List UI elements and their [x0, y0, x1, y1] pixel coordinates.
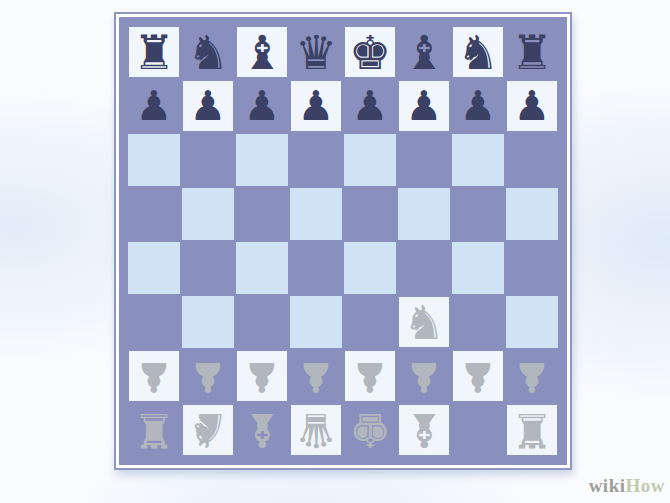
square-f1[interactable]: ♝	[397, 403, 451, 457]
watermark-wiki-text: wiki	[589, 475, 626, 496]
white-queen: ♛	[295, 407, 337, 454]
square-f2[interactable]: ♟	[397, 349, 451, 403]
square-h1[interactable]: ♜	[505, 403, 559, 457]
black-king: ♚	[349, 29, 391, 76]
square-g3[interactable]	[451, 295, 505, 349]
square-d4[interactable]	[289, 241, 343, 295]
black-queen: ♛	[295, 29, 337, 76]
square-b6[interactable]	[181, 133, 235, 187]
white-pawn: ♟	[514, 356, 551, 397]
white-rook: ♜	[133, 407, 175, 454]
square-g8[interactable]: ♞	[451, 25, 505, 79]
square-c5[interactable]	[235, 187, 289, 241]
square-a7[interactable]: ♟	[127, 79, 181, 133]
chess-board: ♜♞♝♛♚♝♞♜♟♟♟♟♟♟♟♟♞♟♟♟♟♟♟♟♟♜♞♝♛♚♝♜	[114, 12, 572, 470]
square-f3[interactable]: ♞	[397, 295, 451, 349]
square-h2[interactable]: ♟	[505, 349, 559, 403]
black-rook: ♜	[133, 29, 175, 76]
square-b3[interactable]	[181, 295, 235, 349]
white-knight: ♞	[187, 407, 229, 454]
black-pawn: ♟	[514, 86, 551, 127]
black-pawn: ♟	[190, 86, 227, 127]
square-d7[interactable]: ♟	[289, 79, 343, 133]
white-rook: ♜	[511, 407, 553, 454]
square-b5[interactable]	[181, 187, 235, 241]
square-h7[interactable]: ♟	[505, 79, 559, 133]
square-a8[interactable]: ♜	[127, 25, 181, 79]
white-knight: ♞	[403, 299, 445, 346]
square-b8[interactable]: ♞	[181, 25, 235, 79]
square-g6[interactable]	[451, 133, 505, 187]
black-knight: ♞	[457, 29, 499, 76]
square-f5[interactable]	[397, 187, 451, 241]
watermark-how-text: How	[626, 475, 666, 496]
black-pawn: ♟	[298, 86, 335, 127]
white-pawn: ♟	[244, 356, 281, 397]
square-f6[interactable]	[397, 133, 451, 187]
square-c2[interactable]: ♟	[235, 349, 289, 403]
square-e6[interactable]	[343, 133, 397, 187]
board-grid: ♜♞♝♛♚♝♞♜♟♟♟♟♟♟♟♟♞♟♟♟♟♟♟♟♟♜♞♝♛♚♝♜	[127, 25, 559, 457]
white-pawn: ♟	[406, 356, 443, 397]
square-d6[interactable]	[289, 133, 343, 187]
square-c3[interactable]	[235, 295, 289, 349]
square-h5[interactable]	[505, 187, 559, 241]
square-g4[interactable]	[451, 241, 505, 295]
white-pawn: ♟	[298, 356, 335, 397]
square-g5[interactable]	[451, 187, 505, 241]
square-b1[interactable]: ♞	[181, 403, 235, 457]
black-pawn: ♟	[244, 86, 281, 127]
square-c7[interactable]: ♟	[235, 79, 289, 133]
wikihow-watermark: wikiHow	[589, 475, 665, 497]
white-bishop: ♝	[241, 407, 283, 454]
square-b4[interactable]	[181, 241, 235, 295]
square-d1[interactable]: ♛	[289, 403, 343, 457]
square-a1[interactable]: ♜	[127, 403, 181, 457]
black-rook: ♜	[511, 29, 553, 76]
square-g7[interactable]: ♟	[451, 79, 505, 133]
square-a6[interactable]	[127, 133, 181, 187]
white-pawn: ♟	[352, 356, 389, 397]
square-e7[interactable]: ♟	[343, 79, 397, 133]
square-h3[interactable]	[505, 295, 559, 349]
square-e3[interactable]	[343, 295, 397, 349]
square-e1[interactable]: ♚	[343, 403, 397, 457]
square-a4[interactable]	[127, 241, 181, 295]
white-king: ♚	[349, 407, 391, 454]
black-knight: ♞	[187, 29, 229, 76]
square-a3[interactable]	[127, 295, 181, 349]
square-h4[interactable]	[505, 241, 559, 295]
black-pawn: ♟	[406, 86, 443, 127]
square-d3[interactable]	[289, 295, 343, 349]
square-d8[interactable]: ♛	[289, 25, 343, 79]
square-a2[interactable]: ♟	[127, 349, 181, 403]
white-pawn: ♟	[136, 356, 173, 397]
square-f4[interactable]	[397, 241, 451, 295]
square-b2[interactable]: ♟	[181, 349, 235, 403]
square-e8[interactable]: ♚	[343, 25, 397, 79]
board-frame: ♜♞♝♛♚♝♞♜♟♟♟♟♟♟♟♟♞♟♟♟♟♟♟♟♟♜♞♝♛♚♝♜	[119, 17, 567, 465]
square-e2[interactable]: ♟	[343, 349, 397, 403]
white-pawn: ♟	[190, 356, 227, 397]
black-pawn: ♟	[352, 86, 389, 127]
square-d5[interactable]	[289, 187, 343, 241]
square-c1[interactable]: ♝	[235, 403, 289, 457]
black-pawn: ♟	[136, 86, 173, 127]
black-pawn: ♟	[460, 86, 497, 127]
square-d2[interactable]: ♟	[289, 349, 343, 403]
black-bishop: ♝	[241, 29, 283, 76]
square-h8[interactable]: ♜	[505, 25, 559, 79]
square-h6[interactable]	[505, 133, 559, 187]
square-e5[interactable]	[343, 187, 397, 241]
white-pawn: ♟	[460, 356, 497, 397]
square-e4[interactable]	[343, 241, 397, 295]
square-f8[interactable]: ♝	[397, 25, 451, 79]
square-f7[interactable]: ♟	[397, 79, 451, 133]
black-bishop: ♝	[403, 29, 445, 76]
square-g1[interactable]	[451, 403, 505, 457]
square-c6[interactable]	[235, 133, 289, 187]
square-c8[interactable]: ♝	[235, 25, 289, 79]
square-b7[interactable]: ♟	[181, 79, 235, 133]
square-a5[interactable]	[127, 187, 181, 241]
white-bishop: ♝	[403, 407, 445, 454]
square-c4[interactable]	[235, 241, 289, 295]
square-g2[interactable]: ♟	[451, 349, 505, 403]
